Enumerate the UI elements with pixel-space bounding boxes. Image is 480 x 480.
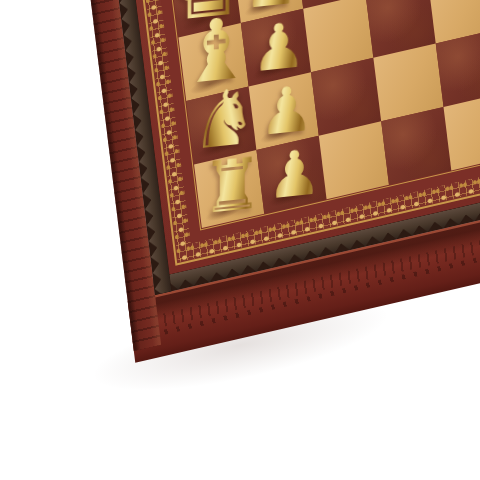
rook-glyph: ♜ (201, 148, 263, 222)
piece-shadow (172, 2, 232, 40)
piece-shadow (250, 115, 310, 153)
bishop-glyph: ♝ (179, 7, 253, 96)
chess-piece-king-e1: ♚ (171, 0, 241, 37)
chess-piece-pawn-f2: ♟ (241, 9, 311, 87)
pawn-glyph: ♟ (244, 0, 299, 17)
knight-glyph: ♞ (191, 79, 258, 159)
piece-shadow (180, 65, 240, 103)
piece-shadow (242, 51, 302, 89)
chess-piece-pawn-e2: ♟ (233, 0, 303, 23)
pawn-glyph: ♟ (251, 15, 306, 80)
chess-piece-pawn-g2: ♟ (249, 72, 319, 150)
chess-piece-bishop-f1: ♝ (178, 23, 248, 101)
pawn-glyph: ♟ (259, 79, 314, 144)
piece-shadow (234, 0, 294, 26)
piece-shadow (187, 129, 247, 167)
product-photo: ♜♟♞♟♝♟♛♟♚♟♝♟♞♟♜♟ (0, 0, 480, 480)
chess-piece-knight-g1: ♞ (186, 87, 256, 165)
pawn-glyph: ♟ (267, 142, 322, 207)
king-glyph: ♚ (167, 0, 250, 33)
